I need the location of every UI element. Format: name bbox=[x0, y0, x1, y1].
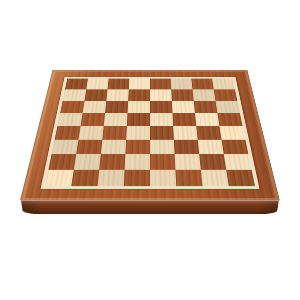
square-r3c0-light bbox=[57, 113, 82, 126]
square-r7c4-light bbox=[150, 170, 176, 187]
square-r0c2-dark bbox=[108, 79, 130, 90]
square-r1c0-light bbox=[63, 89, 87, 101]
square-r7c1-dark bbox=[71, 170, 99, 187]
square-r4c1-light bbox=[78, 126, 103, 140]
square-r1c4-light bbox=[150, 89, 172, 101]
square-r5c3-dark bbox=[125, 140, 150, 155]
square-r6c1-light bbox=[74, 154, 101, 169]
square-r4c7-light bbox=[219, 126, 245, 140]
square-r5c6-light bbox=[198, 140, 224, 155]
square-r3c3-dark bbox=[127, 113, 150, 126]
square-r7c5-dark bbox=[175, 170, 202, 187]
square-r2c1-light bbox=[83, 101, 107, 113]
square-r2c4-dark bbox=[150, 101, 172, 113]
square-r3c6-light bbox=[195, 113, 219, 126]
board-inlay-border bbox=[41, 77, 260, 189]
square-r3c5-dark bbox=[172, 113, 196, 126]
square-r1c5-dark bbox=[171, 89, 193, 101]
square-r5c2-light bbox=[101, 140, 126, 155]
square-r4c0-dark bbox=[55, 126, 81, 140]
square-r1c2-light bbox=[106, 89, 128, 101]
square-r5c7-dark bbox=[222, 140, 249, 155]
square-r6c4-dark bbox=[150, 154, 175, 169]
square-r7c3-dark bbox=[124, 170, 150, 187]
square-r6c6-dark bbox=[199, 154, 226, 169]
chessboard bbox=[20, 70, 280, 200]
square-r0c3-light bbox=[129, 79, 150, 90]
square-r6c5-light bbox=[175, 154, 201, 169]
square-r0c5-light bbox=[171, 79, 193, 90]
square-r7c2-light bbox=[97, 170, 124, 187]
square-r1c1-dark bbox=[84, 89, 107, 101]
square-r7c6-light bbox=[201, 170, 229, 187]
square-r7c7-dark bbox=[226, 170, 255, 187]
square-r5c1-dark bbox=[76, 140, 102, 155]
square-r3c2-light bbox=[104, 113, 128, 126]
board-grid bbox=[45, 79, 255, 187]
square-r0c6-dark bbox=[191, 79, 213, 90]
square-r6c2-dark bbox=[99, 154, 125, 169]
square-r2c6-dark bbox=[194, 101, 218, 113]
square-r6c3-light bbox=[125, 154, 150, 169]
square-r2c3-light bbox=[128, 101, 150, 113]
square-r4c2-dark bbox=[102, 126, 127, 140]
square-r1c6-light bbox=[192, 89, 215, 101]
square-r4c3-light bbox=[126, 126, 150, 140]
square-r4c4-dark bbox=[150, 126, 174, 140]
square-r3c1-dark bbox=[81, 113, 105, 126]
square-r2c5-light bbox=[172, 101, 195, 113]
square-r2c2-dark bbox=[105, 101, 128, 113]
square-r6c7-light bbox=[224, 154, 252, 169]
square-r1c3-dark bbox=[128, 89, 150, 101]
product-photo-background bbox=[0, 0, 300, 300]
square-r3c4-light bbox=[150, 113, 173, 126]
square-r4c5-light bbox=[173, 126, 198, 140]
square-r5c0-light bbox=[52, 140, 79, 155]
square-r6c0-dark bbox=[48, 154, 76, 169]
square-r2c0-dark bbox=[60, 101, 84, 113]
square-r7c0-light bbox=[45, 170, 74, 187]
square-r4c6-dark bbox=[196, 126, 221, 140]
square-r0c0-dark bbox=[65, 79, 88, 90]
square-r0c4-dark bbox=[150, 79, 171, 90]
board-frame bbox=[20, 70, 280, 200]
board-front-edge bbox=[21, 201, 279, 214]
square-r0c7-light bbox=[212, 79, 235, 90]
square-r0c1-light bbox=[86, 79, 108, 90]
square-r5c5-dark bbox=[174, 140, 199, 155]
square-r3c7-dark bbox=[217, 113, 242, 126]
square-r5c4-light bbox=[150, 140, 175, 155]
square-r1c7-dark bbox=[214, 89, 238, 101]
square-r2c7-light bbox=[216, 101, 240, 113]
